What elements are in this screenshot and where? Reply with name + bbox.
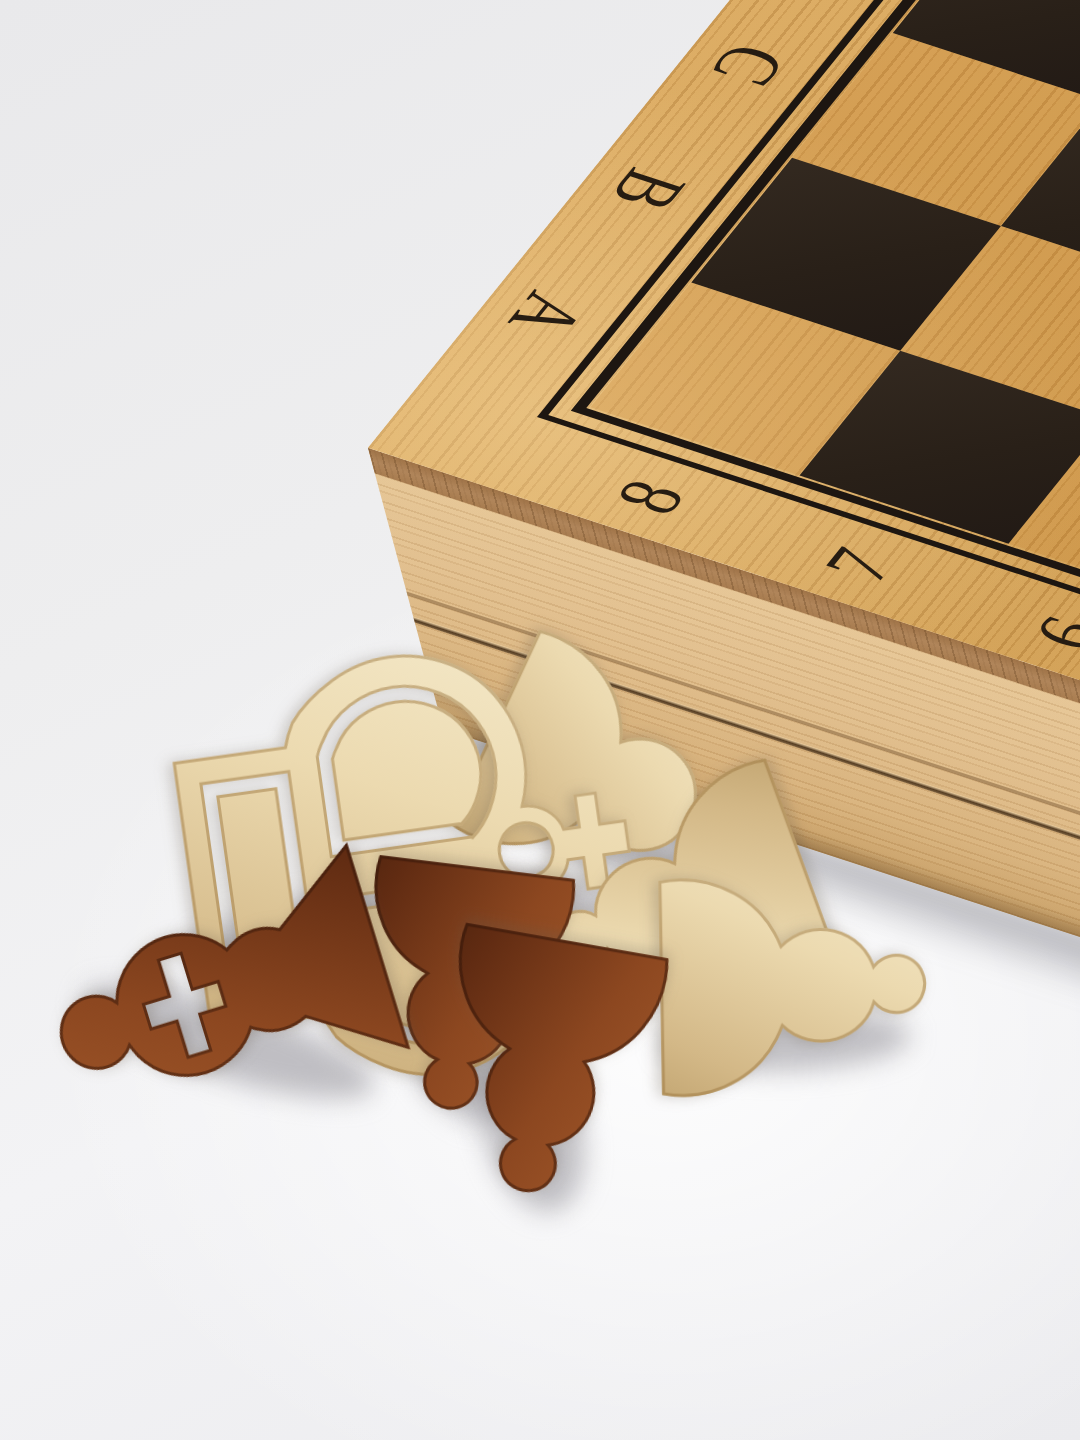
file-label-a: A <box>489 278 607 352</box>
file-label-b: B <box>589 153 707 227</box>
file-label-c: C <box>690 28 808 102</box>
dark-pawn-lower: ♟ <box>364 863 729 1256</box>
rank-label-6: 6 <box>1009 596 1080 670</box>
photo-scene: ABCDEFGH87654321 ♟♚♟♟♟♝♟ <box>0 0 1080 1440</box>
rank-label-7: 7 <box>800 528 918 602</box>
rank-label-8: 8 <box>591 460 709 534</box>
